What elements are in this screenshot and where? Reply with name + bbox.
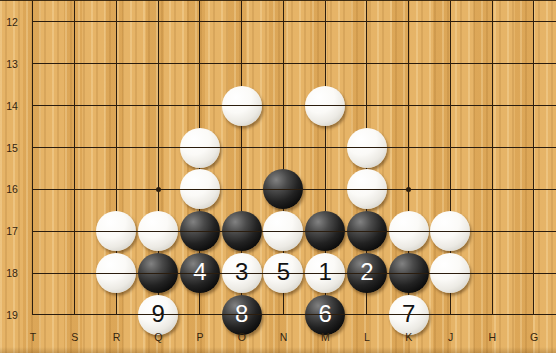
intersection-N13[interactable] bbox=[263, 43, 305, 85]
move-number: 5 bbox=[277, 260, 290, 284]
intersection-Q18[interactable] bbox=[137, 252, 179, 294]
intersection-P12[interactable] bbox=[179, 1, 221, 43]
intersection-O14[interactable] bbox=[221, 85, 263, 127]
intersection-G13[interactable] bbox=[513, 43, 555, 85]
intersection-M15[interactable] bbox=[304, 127, 346, 169]
move-number: 9 bbox=[152, 302, 165, 326]
column-label-L: L bbox=[357, 331, 377, 343]
intersection-J13[interactable] bbox=[430, 43, 472, 85]
stone-white-P16[interactable] bbox=[180, 169, 220, 209]
intersection-L17[interactable] bbox=[346, 210, 388, 252]
star-point-Q16 bbox=[156, 187, 161, 192]
intersection-Q15[interactable] bbox=[137, 127, 179, 169]
intersection-N17[interactable] bbox=[263, 210, 305, 252]
stone-black-P18[interactable]: 4 bbox=[180, 253, 220, 293]
row-label-12: 12 bbox=[2, 16, 22, 28]
intersection-G15[interactable] bbox=[513, 127, 555, 169]
intersection-K16[interactable] bbox=[388, 168, 430, 210]
column-label-Q: Q bbox=[148, 331, 168, 343]
intersection-Q19[interactable]: 9 bbox=[137, 294, 179, 336]
intersection-L13[interactable] bbox=[346, 43, 388, 85]
intersection-R12[interactable] bbox=[96, 1, 138, 43]
move-number: 8 bbox=[235, 302, 248, 326]
intersection-R18[interactable] bbox=[96, 252, 138, 294]
intersection-S15[interactable] bbox=[54, 127, 96, 169]
intersection-Q14[interactable] bbox=[137, 85, 179, 127]
stone-black-O19[interactable]: 8 bbox=[222, 295, 262, 335]
intersection-J12[interactable] bbox=[430, 1, 472, 43]
intersection-M12[interactable] bbox=[304, 1, 346, 43]
column-label-H: H bbox=[482, 331, 502, 343]
row-label-14: 14 bbox=[2, 100, 22, 112]
column-label-M: M bbox=[315, 331, 335, 343]
move-number: 1 bbox=[319, 260, 332, 284]
star-point-K16 bbox=[406, 187, 411, 192]
intersection-M18[interactable]: 1 bbox=[304, 252, 346, 294]
intersection-L12[interactable] bbox=[346, 1, 388, 43]
intersection-P15[interactable] bbox=[179, 127, 221, 169]
stone-black-N16[interactable] bbox=[263, 169, 303, 209]
row-label-13: 13 bbox=[2, 58, 22, 70]
intersection-H16[interactable] bbox=[471, 168, 513, 210]
stone-white-M14[interactable] bbox=[305, 86, 345, 126]
intersection-J14[interactable] bbox=[430, 85, 472, 127]
intersection-Q17[interactable] bbox=[137, 210, 179, 252]
intersection-M16[interactable] bbox=[304, 168, 346, 210]
stone-white-N17[interactable] bbox=[263, 211, 303, 251]
intersection-G12[interactable] bbox=[513, 1, 555, 43]
stone-black-M17[interactable] bbox=[305, 211, 345, 251]
intersection-R14[interactable] bbox=[96, 85, 138, 127]
intersection-O12[interactable] bbox=[221, 1, 263, 43]
stone-black-O17[interactable] bbox=[222, 211, 262, 251]
panel-bottom-shade bbox=[0, 347, 556, 353]
intersection-O15[interactable] bbox=[221, 127, 263, 169]
intersection-R16[interactable] bbox=[96, 168, 138, 210]
column-label-J: J bbox=[441, 331, 461, 343]
intersection-K13[interactable] bbox=[388, 43, 430, 85]
intersection-Q16[interactable] bbox=[137, 168, 179, 210]
intersection-S13[interactable] bbox=[54, 43, 96, 85]
stone-white-R18[interactable] bbox=[96, 253, 136, 293]
row-label-18: 18 bbox=[2, 267, 22, 279]
intersection-S16[interactable] bbox=[54, 168, 96, 210]
intersection-O18[interactable]: 3 bbox=[221, 252, 263, 294]
intersection-N15[interactable] bbox=[263, 127, 305, 169]
move-number: 2 bbox=[360, 260, 373, 284]
intersection-L18[interactable]: 2 bbox=[346, 252, 388, 294]
intersection-G18[interactable] bbox=[513, 252, 555, 294]
intersection-R19[interactable] bbox=[96, 294, 138, 336]
intersection-H18[interactable] bbox=[471, 252, 513, 294]
intersection-J16[interactable] bbox=[430, 168, 472, 210]
stone-white-Q17[interactable] bbox=[138, 211, 178, 251]
stone-white-M18[interactable]: 1 bbox=[305, 253, 345, 293]
intersection-S18[interactable] bbox=[54, 252, 96, 294]
stone-black-P17[interactable] bbox=[180, 211, 220, 251]
intersection-H14[interactable] bbox=[471, 85, 513, 127]
intersection-P16[interactable] bbox=[179, 168, 221, 210]
stone-white-P15[interactable] bbox=[180, 128, 220, 168]
row-label-19: 19 bbox=[2, 309, 22, 321]
intersection-S14[interactable] bbox=[54, 85, 96, 127]
intersection-N14[interactable] bbox=[263, 85, 305, 127]
intersection-J19[interactable] bbox=[430, 294, 472, 336]
intersection-O19[interactable]: 8 bbox=[221, 294, 263, 336]
intersection-H19[interactable] bbox=[471, 294, 513, 336]
stone-black-M19[interactable]: 6 bbox=[305, 295, 345, 335]
column-label-K: K bbox=[399, 331, 419, 343]
stone-white-J17[interactable] bbox=[430, 211, 470, 251]
intersection-O13[interactable] bbox=[221, 43, 263, 85]
column-label-N: N bbox=[274, 331, 294, 343]
intersection-K15[interactable] bbox=[388, 127, 430, 169]
move-number: 6 bbox=[319, 302, 332, 326]
intersection-G17[interactable] bbox=[513, 210, 555, 252]
intersection-P14[interactable] bbox=[179, 85, 221, 127]
intersection-K17[interactable] bbox=[388, 210, 430, 252]
intersection-S17[interactable] bbox=[54, 210, 96, 252]
intersection-L14[interactable] bbox=[346, 85, 388, 127]
column-label-G: G bbox=[524, 331, 544, 343]
row-label-17: 17 bbox=[2, 225, 22, 237]
stone-white-O14[interactable] bbox=[222, 86, 262, 126]
intersection-K18[interactable] bbox=[388, 252, 430, 294]
intersection-H12[interactable] bbox=[471, 1, 513, 43]
intersection-J18[interactable] bbox=[430, 252, 472, 294]
stone-white-Q19[interactable]: 9 bbox=[138, 295, 178, 335]
intersection-M13[interactable] bbox=[304, 43, 346, 85]
intersection-P19[interactable] bbox=[179, 294, 221, 336]
go-board-panel: 435129867 1213141516171819 TSRQPONMLKJHG bbox=[0, 0, 556, 353]
row-label-16: 16 bbox=[2, 183, 22, 195]
intersection-G16[interactable] bbox=[513, 168, 555, 210]
intersection-N18[interactable]: 5 bbox=[263, 252, 305, 294]
intersection-S12[interactable] bbox=[54, 1, 96, 43]
stone-black-Q18[interactable] bbox=[138, 253, 178, 293]
intersection-K14[interactable] bbox=[388, 85, 430, 127]
intersection-R13[interactable] bbox=[96, 43, 138, 85]
intersection-G19[interactable] bbox=[513, 294, 555, 336]
intersection-M14[interactable] bbox=[304, 85, 346, 127]
intersection-J17[interactable] bbox=[430, 210, 472, 252]
intersection-Q13[interactable] bbox=[137, 43, 179, 85]
stone-black-L18[interactable]: 2 bbox=[347, 253, 387, 293]
move-number: 4 bbox=[193, 260, 206, 284]
intersection-H17[interactable] bbox=[471, 210, 513, 252]
intersection-P18[interactable]: 4 bbox=[179, 252, 221, 294]
stone-black-L17[interactable] bbox=[347, 211, 387, 251]
stone-black-K18[interactable] bbox=[389, 253, 429, 293]
intersection-J15[interactable] bbox=[430, 127, 472, 169]
move-number: 3 bbox=[235, 260, 248, 284]
stone-white-R17[interactable] bbox=[96, 211, 136, 251]
stone-white-N18[interactable]: 5 bbox=[263, 253, 303, 293]
intersection-P17[interactable] bbox=[179, 210, 221, 252]
intersection-M17[interactable] bbox=[304, 210, 346, 252]
stone-white-O18[interactable]: 3 bbox=[222, 253, 262, 293]
intersection-N19[interactable] bbox=[263, 294, 305, 336]
intersection-G14[interactable] bbox=[513, 85, 555, 127]
intersection-K12[interactable] bbox=[388, 1, 430, 43]
stone-white-L16[interactable] bbox=[347, 169, 387, 209]
intersection-M19[interactable]: 6 bbox=[304, 294, 346, 336]
stone-white-L15[interactable] bbox=[347, 128, 387, 168]
intersection-N16[interactable] bbox=[263, 168, 305, 210]
intersection-H13[interactable] bbox=[471, 43, 513, 85]
intersection-O16[interactable] bbox=[221, 168, 263, 210]
intersection-N12[interactable] bbox=[263, 1, 305, 43]
intersection-R17[interactable] bbox=[96, 210, 138, 252]
column-label-P: P bbox=[190, 331, 210, 343]
go-board-grid: 435129867 bbox=[12, 1, 555, 336]
intersection-P13[interactable] bbox=[179, 43, 221, 85]
intersection-R15[interactable] bbox=[96, 127, 138, 169]
column-label-T: T bbox=[23, 331, 43, 343]
intersection-L19[interactable] bbox=[346, 294, 388, 336]
intersection-L15[interactable] bbox=[346, 127, 388, 169]
intersection-L16[interactable] bbox=[346, 168, 388, 210]
intersection-K19[interactable]: 7 bbox=[388, 294, 430, 336]
intersection-S19[interactable] bbox=[54, 294, 96, 336]
row-label-15: 15 bbox=[2, 142, 22, 154]
column-label-O: O bbox=[232, 331, 252, 343]
intersection-O17[interactable] bbox=[221, 210, 263, 252]
column-label-R: R bbox=[107, 331, 127, 343]
stone-white-J18[interactable] bbox=[430, 253, 470, 293]
stone-white-K17[interactable] bbox=[389, 211, 429, 251]
column-label-S: S bbox=[65, 331, 85, 343]
intersection-Q12[interactable] bbox=[137, 1, 179, 43]
move-number: 7 bbox=[402, 302, 415, 326]
stone-white-K19[interactable]: 7 bbox=[389, 295, 429, 335]
intersection-H15[interactable] bbox=[471, 127, 513, 169]
